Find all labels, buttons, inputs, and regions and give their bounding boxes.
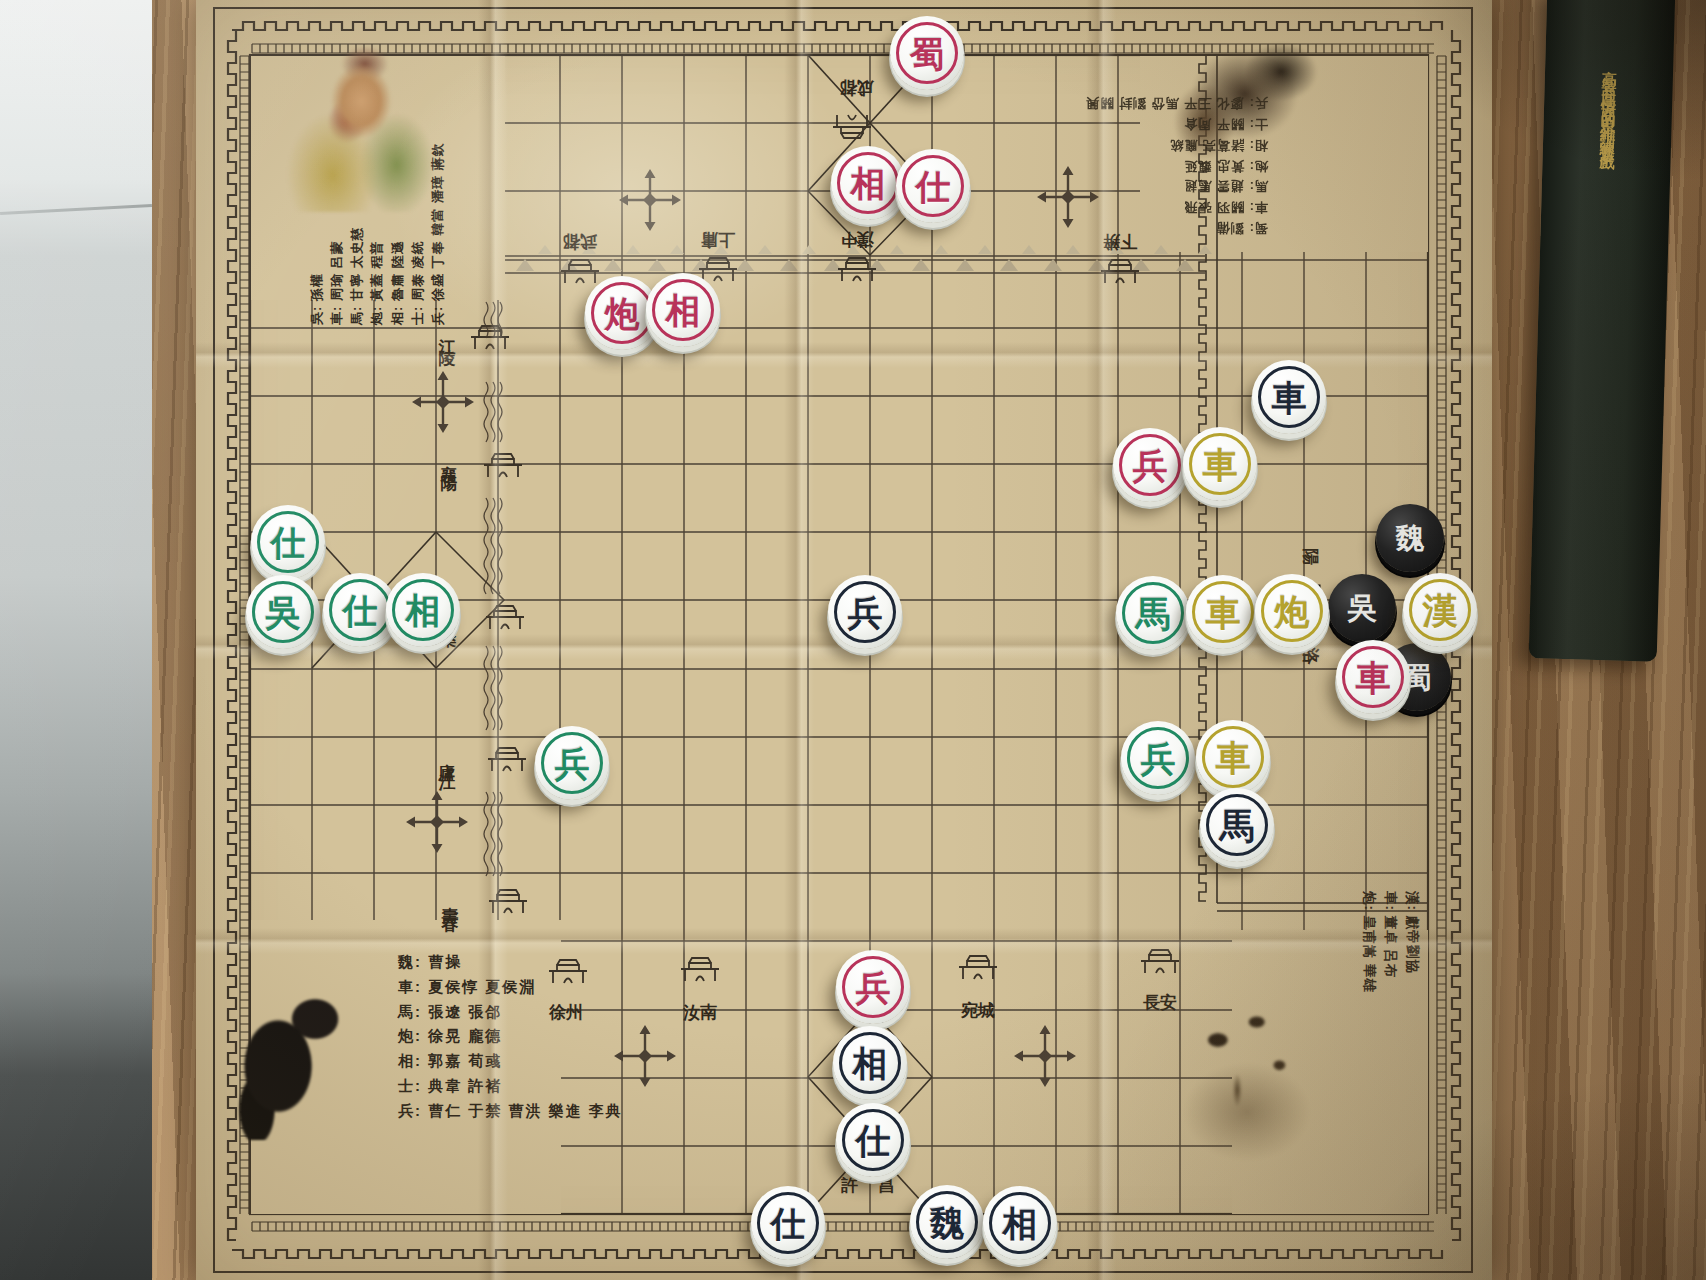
piece-ring: 仕 bbox=[757, 1192, 819, 1254]
city-label: 長安 bbox=[1143, 991, 1177, 1014]
piece-shu[interactable]: 兵 bbox=[836, 950, 910, 1024]
city-label: 成都 bbox=[840, 76, 874, 99]
roster-line: 馬: 趙雲 馬超 bbox=[1056, 176, 1268, 197]
piece-ring: 仕 bbox=[329, 579, 391, 641]
piece-han[interactable]: 車 bbox=[1186, 575, 1260, 649]
piece-shu[interactable]: 仕 bbox=[896, 149, 970, 223]
piece-character: 仕 bbox=[916, 169, 951, 204]
piece-character: 車 bbox=[1272, 380, 1307, 415]
piece-character: 相 bbox=[666, 293, 701, 328]
roster-line: 炮: 黃忠 魏延 bbox=[1056, 155, 1268, 176]
piece-ring: 相 bbox=[839, 1032, 901, 1094]
piece-character: 馬 bbox=[1136, 596, 1171, 631]
piece-ring: 馬 bbox=[1206, 794, 1268, 856]
city-label: 江陵 bbox=[436, 325, 459, 345]
roster-line: 車: 夏侯惇 夏侯淵 bbox=[398, 975, 636, 1000]
piece-wei[interactable]: 兵 bbox=[828, 575, 902, 649]
piece-wu[interactable]: 相 bbox=[386, 573, 460, 647]
piece-ring: 仕 bbox=[842, 1109, 904, 1171]
city-label: 漢中 bbox=[840, 228, 874, 251]
city-label: 宛城 bbox=[961, 999, 995, 1022]
piece-ring: 炮 bbox=[591, 282, 653, 344]
piece-ring: 兵 bbox=[834, 581, 896, 643]
piece-ring: 相 bbox=[652, 279, 714, 341]
piece-character: 炮 bbox=[605, 296, 640, 331]
piece-wei[interactable]: 車 bbox=[1252, 360, 1326, 434]
piece-wu[interactable]: 吳 bbox=[246, 575, 320, 649]
roster-line: 士: 關平 周倉 bbox=[1056, 113, 1268, 134]
piece-wu[interactable]: 兵 bbox=[535, 726, 609, 800]
piece-ring: 車 bbox=[1192, 581, 1254, 643]
piece-wu[interactable]: 仕 bbox=[251, 505, 325, 579]
piece-character: 兵 bbox=[1133, 448, 1168, 483]
piece-wei[interactable]: 魏 bbox=[910, 1185, 984, 1259]
city-label: 襄陽 bbox=[438, 452, 461, 472]
piece-ring: 仕 bbox=[257, 511, 319, 573]
piece-han[interactable]: 車 bbox=[1196, 720, 1270, 794]
piece-ring: 漢 bbox=[1409, 579, 1471, 641]
piece-ring: 相 bbox=[392, 579, 454, 641]
piece-han[interactable]: 漢 bbox=[1403, 573, 1477, 647]
piece-character: 吳 bbox=[266, 595, 301, 630]
piece-character: 吳 bbox=[1348, 594, 1377, 623]
piece-shu[interactable]: 相 bbox=[646, 273, 720, 347]
roster-line: 兵: 徐盛 丁奉 韓當 潘璋 蔣欽 bbox=[428, 123, 448, 325]
piece-character: 兵 bbox=[856, 970, 891, 1005]
piece-shu[interactable]: 兵 bbox=[1113, 428, 1187, 502]
roster-line: 馬: 張遼 張郃 bbox=[398, 1000, 636, 1025]
piece-wei[interactable]: 相 bbox=[833, 1026, 907, 1100]
piece-ring: 魏 bbox=[1384, 512, 1436, 564]
roster-line: 車: 關羽 張飛 bbox=[1056, 196, 1268, 217]
roster-line: 吳: 孫權 bbox=[307, 123, 327, 325]
roster-line: 兵: 廖化 王平 馬岱 劉封 關興 bbox=[1056, 92, 1268, 113]
roster-line: 車: 周瑜 呂蒙 bbox=[327, 123, 347, 325]
roster-line: 魏: 曹操 bbox=[398, 950, 636, 975]
city-label: 汝南 bbox=[683, 1001, 717, 1024]
piece-ring: 車 bbox=[1342, 646, 1404, 708]
piece-ring: 車 bbox=[1189, 433, 1251, 495]
piece-character: 蜀 bbox=[910, 36, 945, 71]
roster-shu: 蜀: 劉備車: 關羽 張飛馬: 趙雲 馬超炮: 黃忠 魏延相: 諸葛亮 龐統士:… bbox=[1056, 60, 1268, 238]
city-label: 許昌 bbox=[841, 1174, 915, 1197]
piece-character: 相 bbox=[853, 1046, 888, 1081]
piece-character: 炮 bbox=[1275, 594, 1310, 629]
piece-han[interactable]: 炮 bbox=[1255, 574, 1329, 648]
piece-ring: 吳 bbox=[252, 581, 314, 643]
roster-line: 炮: 皇甫嵩 華雄 bbox=[1358, 891, 1380, 1109]
city-label: 陽 bbox=[1299, 549, 1322, 566]
piece-character: 相 bbox=[851, 166, 886, 201]
piece-character: 仕 bbox=[271, 525, 306, 560]
piece-ring: 炮 bbox=[1261, 580, 1323, 642]
piece-ring: 相 bbox=[989, 1192, 1051, 1254]
piece-character: 魏 bbox=[1396, 524, 1425, 553]
roster-line: 相: 諸葛亮 龐統 bbox=[1056, 134, 1268, 155]
piece-ring: 馬 bbox=[1122, 582, 1184, 644]
piece-ring: 車 bbox=[1202, 726, 1264, 788]
piece-character: 車 bbox=[1356, 660, 1391, 695]
roster-line: 漢: 獻帝劉協 bbox=[1401, 891, 1423, 1109]
piece-ring: 兵 bbox=[541, 732, 603, 794]
piece-shu[interactable]: 相 bbox=[831, 146, 905, 220]
piece-wei[interactable]: 仕 bbox=[836, 1103, 910, 1177]
piece-character: 漢 bbox=[1423, 593, 1458, 628]
roster-line: 士: 周泰 凌統 bbox=[408, 123, 428, 325]
piece-wei[interactable]: 相 bbox=[983, 1186, 1057, 1260]
piece-ring: 兵 bbox=[1119, 434, 1181, 496]
piece-ring: 蜀 bbox=[896, 22, 958, 84]
piece-ring: 兵 bbox=[842, 956, 904, 1018]
roster-line: 士: 典韋 許褚 bbox=[398, 1074, 636, 1099]
piece-wu[interactable]: 馬 bbox=[1116, 576, 1190, 650]
piece-character: 車 bbox=[1216, 740, 1251, 775]
roster-line: 炮: 徐晃 龐德 bbox=[398, 1024, 636, 1049]
piece-wu[interactable]: 兵 bbox=[1121, 721, 1195, 795]
piece-character: 相 bbox=[406, 593, 441, 628]
piece-ring: 相 bbox=[837, 152, 899, 214]
piece-wei[interactable]: 仕 bbox=[751, 1186, 825, 1260]
piece-character: 相 bbox=[1003, 1206, 1038, 1241]
city-label: 廬江 bbox=[436, 750, 459, 770]
piece-ring: 車 bbox=[1258, 366, 1320, 428]
piece-shu[interactable]: 蜀 bbox=[890, 16, 964, 90]
marker-disc-吳[interactable]: 吳 bbox=[1328, 574, 1396, 642]
piece-han[interactable]: 車 bbox=[1183, 427, 1257, 501]
piece-ring: 魏 bbox=[916, 1191, 978, 1253]
piece-character: 兵 bbox=[555, 746, 590, 781]
roster-line: 蜀: 劉備 bbox=[1056, 217, 1268, 238]
roster-line: 兵: 曹仁 于禁 曹洪 樂進 李典 bbox=[398, 1099, 636, 1124]
piece-character: 車 bbox=[1206, 595, 1241, 630]
roster-wu: 吳: 孫權車: 周瑜 呂蒙馬: 甘寧 太史慈炮: 黃蓋 程普相: 魯肅 陸遜士:… bbox=[307, 123, 479, 325]
photo-scene: 高智商高情商的思維訓練遊戲 成都武都上庸漢中下辨江陵襄陽柴桑廬江壽春徐州汝南宛城… bbox=[0, 0, 1706, 1280]
piece-character: 仕 bbox=[856, 1123, 891, 1158]
city-label: 武都 bbox=[563, 230, 597, 253]
piece-ring: 仕 bbox=[902, 155, 964, 217]
roster-line: 車: 董卓 呂布 bbox=[1380, 891, 1402, 1109]
city-label: 壽春 bbox=[439, 893, 462, 913]
piece-character: 仕 bbox=[771, 1206, 806, 1241]
roster-line: 馬: 甘寧 太史慈 bbox=[347, 123, 367, 325]
piece-character: 兵 bbox=[1141, 741, 1176, 776]
marker-disc-魏[interactable]: 魏 bbox=[1376, 504, 1444, 572]
piece-ring: 兵 bbox=[1127, 727, 1189, 789]
city-label: 上庸 bbox=[701, 228, 735, 251]
piece-character: 仕 bbox=[343, 593, 378, 628]
piece-character: 馬 bbox=[1220, 808, 1255, 843]
roster-wei: 魏: 曹操車: 夏侯惇 夏侯淵馬: 張遼 張郃炮: 徐晃 龐德相: 郭嘉 荀彧士… bbox=[398, 950, 636, 1122]
piece-ring: 吳 bbox=[1336, 582, 1388, 634]
piece-wei[interactable]: 馬 bbox=[1200, 788, 1274, 862]
piece-character: 車 bbox=[1203, 447, 1238, 482]
roster-line: 相: 郭嘉 荀彧 bbox=[398, 1049, 636, 1074]
roster-han: 漢: 獻帝劉協車: 董卓 呂布炮: 皇甫嵩 華雄 bbox=[1319, 891, 1423, 1109]
roster-line: 相: 魯肅 陸遜 bbox=[388, 123, 408, 325]
city-label: 洛 bbox=[1299, 648, 1322, 665]
roster-line: 炮: 黃蓋 程普 bbox=[367, 123, 387, 325]
piece-shu[interactable]: 車 bbox=[1336, 640, 1410, 714]
piece-character: 兵 bbox=[848, 595, 883, 630]
piece-character: 魏 bbox=[930, 1205, 965, 1240]
